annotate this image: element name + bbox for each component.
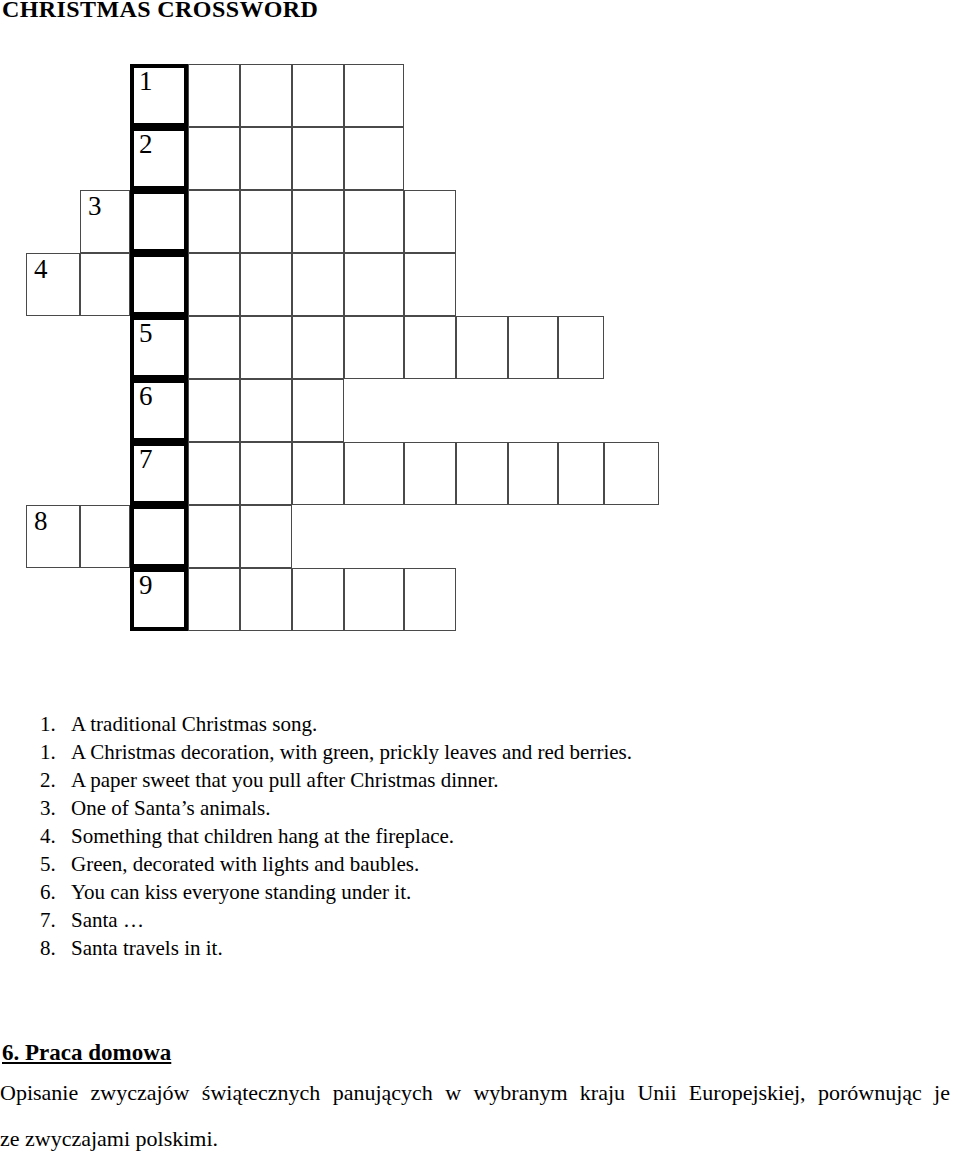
clue-item: 8.Santa travels in it. [40,934,632,962]
grid-cell [80,505,130,568]
grid-cell [344,442,404,505]
grid-cell [404,190,456,253]
grid-cell: 3 [80,190,130,253]
clue-item: 1.A Christmas decoration, with green, pr… [40,738,632,766]
grid-cell [344,127,404,190]
grid-cell [188,64,240,127]
grid-cell [292,190,344,253]
grid-cell [188,442,240,505]
clue-text: A Christmas decoration, with green, pric… [71,738,632,766]
clue-item: 1.A traditional Christmas song. [40,710,632,738]
grid-cell [240,316,292,379]
grid-cell [456,316,508,379]
grid-cell [292,253,344,316]
cell-number: 9 [139,570,153,600]
grid-cell-highlight-column [130,190,188,253]
clue-text: Santa travels in it. [71,934,223,962]
cell-number: 4 [34,254,48,284]
clue-text: One of Santa’s animals. [71,794,270,822]
grid-cell-highlight-column: 2 [130,127,188,190]
grid-cell-highlight-column: 5 [130,316,188,379]
grid-cell [188,568,240,631]
clue-list: 1.A traditional Christmas song.1.A Chris… [40,710,632,962]
grid-cell [240,505,292,568]
grid-cell [240,64,292,127]
clue-number: 6. [40,878,71,906]
clue-number: 8. [40,934,71,962]
grid-cell [292,442,344,505]
grid-cell [404,316,456,379]
grid-cell [188,316,240,379]
cell-number: 2 [139,129,153,159]
grid-cell [344,190,404,253]
cell-number: 7 [139,444,153,474]
grid-cell [558,442,604,505]
clue-item: 7.Santa … [40,906,632,934]
grid-cell [558,316,604,379]
grid-cell-highlight-column: 1 [130,64,188,127]
grid-cell [404,442,456,505]
clue-number: 1. [40,710,71,738]
grid-cell [240,253,292,316]
cell-number: 3 [88,191,102,221]
grid-cell [292,568,344,631]
clue-text: You can kiss everyone standing under it. [71,878,411,906]
cell-number: 1 [139,66,153,96]
grid-cell [240,379,292,442]
cell-number: 6 [139,381,153,411]
homework-paragraph-line2: ze zwyczajami polskimi. [0,1126,218,1151]
crossword-grid: 123456789 [26,64,659,631]
grid-cell [292,316,344,379]
clue-number: 4. [40,822,71,850]
grid-cell [344,64,404,127]
grid-cell [240,127,292,190]
grid-cell [188,190,240,253]
grid-cell [240,190,292,253]
clue-number: 2. [40,766,71,794]
grid-cell [188,127,240,190]
grid-cell [604,442,659,505]
grid-cell-highlight-column: 7 [130,442,188,505]
grid-cell [456,442,508,505]
homework-heading: 6. Praca domowa [2,1040,171,1066]
grid-cell-highlight-column [130,505,188,568]
clue-number: 5. [40,850,71,878]
clue-number: 3. [40,794,71,822]
clue-text: Santa … [71,906,144,934]
grid-cell-highlight-column: 9 [130,568,188,631]
cell-number: 8 [34,506,48,536]
clue-item: 2.A paper sweet that you pull after Chri… [40,766,632,794]
grid-cell [508,316,558,379]
clue-text: Green, decorated with lights and baubles… [71,850,419,878]
cell-number: 5 [139,318,153,348]
grid-cell [292,127,344,190]
homework-paragraph-line1: Opisanie zwyczajów świątecznych panujący… [0,1080,950,1106]
grid-cell [188,253,240,316]
grid-cell [240,568,292,631]
grid-cell-highlight-column: 6 [130,379,188,442]
clue-number: 7. [40,906,71,934]
clue-text: Something that children hang at the fire… [71,822,454,850]
clue-text: A paper sweet that you pull after Christ… [71,766,499,794]
grid-cell-highlight-column [130,253,188,316]
grid-cell [404,253,456,316]
clue-item: 6.You can kiss everyone standing under i… [40,878,632,906]
clue-item: 5.Green, decorated with lights and baubl… [40,850,632,878]
grid-cell: 8 [26,505,80,568]
grid-cell [292,379,344,442]
page-title: CHRISTMAS CROSSWORD [2,0,318,23]
clue-number: 1. [40,738,71,766]
grid-cell [80,253,130,316]
grid-cell [188,505,240,568]
grid-cell [508,442,558,505]
grid-cell [344,253,404,316]
grid-cell: 4 [26,253,80,316]
grid-cell [344,316,404,379]
grid-cell [240,442,292,505]
clue-item: 3.One of Santa’s animals. [40,794,632,822]
grid-cell [404,568,456,631]
clue-text: A traditional Christmas song. [71,710,317,738]
grid-cell [292,64,344,127]
grid-cell [188,379,240,442]
grid-cell [344,568,404,631]
clue-item: 4.Something that children hang at the fi… [40,822,632,850]
